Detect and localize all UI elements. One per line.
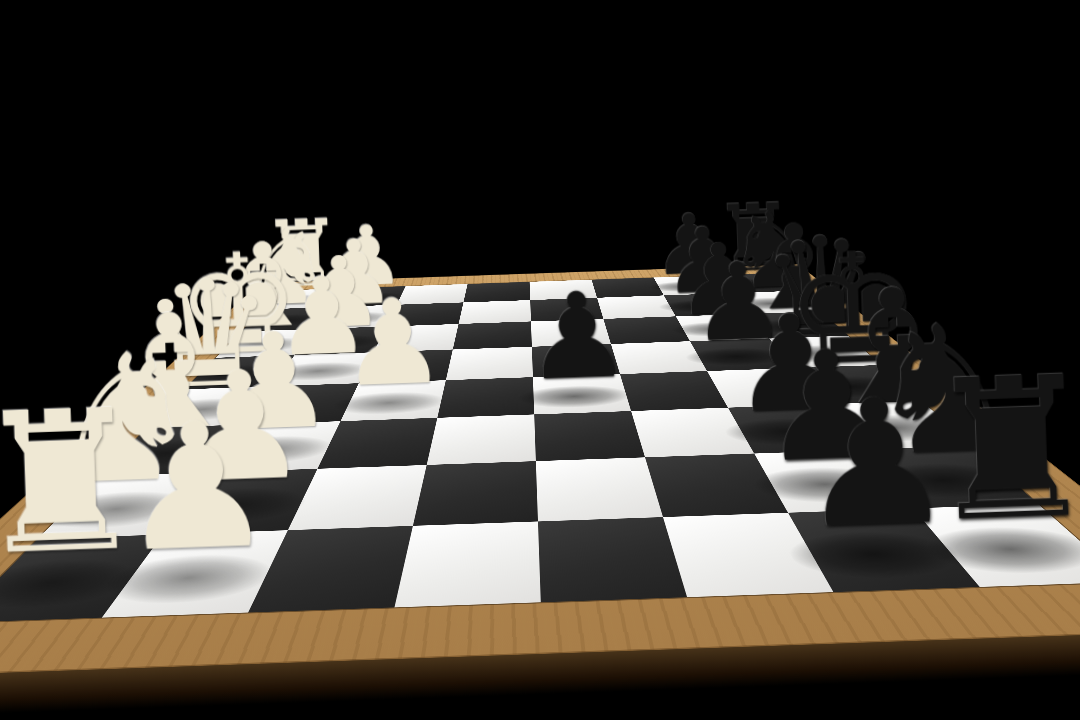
square-c4 [453,321,532,349]
square-a4 [463,282,530,303]
square-e5 [533,374,631,414]
square-c3 [374,324,459,352]
camera-tilt-wrapper: ♜♞♝♚♛♝♞♜♟♟♟♟♟♟♟♟♜♞♝♛♚♝♞♜♟♟♟♟♟♟♟♟ [0,0,1080,720]
square-e3 [340,380,445,421]
square-a6 [592,277,664,297]
square-h4 [394,521,540,607]
chessboard-photo-scene: ♜♞♝♚♛♝♞♜♟♟♟♟♟♟♟♟♜♞♝♛♚♝♞♜♟♟♟♟♟♟♟♟ [0,0,1080,720]
square-h5 [538,517,687,602]
square-a5 [530,280,597,300]
chess-board: ♜♞♝♚♛♝♞♜♟♟♟♟♟♟♟♟♜♞♝♛♚♝♞♜♟♟♟♟♟♟♟♟ [0,264,1080,679]
square-b4 [459,300,531,324]
square-f4 [427,414,536,465]
square-f5 [534,411,645,461]
square-d3 [359,349,453,383]
square-d4 [446,347,533,380]
square-e4 [437,377,534,418]
square-c5 [531,319,611,347]
square-g5 [536,457,663,521]
square-d5 [532,344,620,377]
square-c6 [603,316,690,344]
square-g4 [413,461,538,526]
square-b5 [530,298,603,322]
square-b6 [597,295,676,319]
square-b3 [386,302,463,326]
